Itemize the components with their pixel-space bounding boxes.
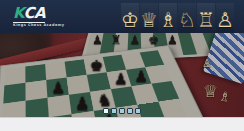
- header-chess-pieces-strip: ♔♕♗♘♖♙: [120, 0, 234, 33]
- site-logo[interactable]: KCA Kings Chess Academy: [13, 5, 65, 28]
- black-pawn: ♟: [130, 33, 141, 47]
- logo-tagline: Kings Chess Academy: [13, 24, 65, 28]
- black-king: ♚: [87, 58, 107, 73]
- white-pawn-on-table: ♙: [202, 57, 212, 70]
- logo-letter-k: K: [13, 4, 23, 22]
- white-queen-icon: ♕: [140, 3, 158, 33]
- carousel-dot-1[interactable]: [103, 108, 109, 114]
- header-bar: KCA Kings Chess Academy ♔♕♗♘♖♙: [0, 0, 244, 33]
- white-pawn-icon: ♙: [216, 3, 234, 33]
- logo-text: KCA: [13, 6, 45, 23]
- black-pawn: ♟: [131, 69, 152, 84]
- white-rook-icon: ♖: [197, 3, 215, 33]
- carousel-dot-5[interactable]: [135, 108, 141, 114]
- carousel-dot-2[interactable]: [111, 108, 117, 114]
- carousel-pagination: [0, 108, 244, 114]
- black-rook: ♜: [111, 33, 122, 47]
- black-pawn: ♟: [92, 33, 103, 47]
- white-bishop-icon: ♗: [159, 3, 177, 33]
- black-pawn: ♟: [110, 71, 131, 86]
- carousel-dot-3[interactable]: [119, 108, 125, 114]
- white-king-icon: ♔: [121, 3, 139, 33]
- black-pawn: ♟: [47, 79, 68, 95]
- square-c7: ♟: [46, 77, 69, 97]
- black-pawn: ♟: [167, 33, 178, 47]
- square-e8: ♚: [84, 57, 107, 75]
- hero-carousel-slide: ♟♜♟♚♟ ♚♟♟♟♟♞♟♟♙♘♙♗♙♖♕♙♙♔ ♙♕♗: [0, 33, 244, 117]
- black-knight: ♞: [93, 92, 115, 108]
- footer-strip: [0, 117, 244, 131]
- page: KCA Kings Chess Academy ♔♕♗♘♖♙ ♟♜♟♚♟ ♚♟♟…: [0, 0, 244, 131]
- logo-letters-ca: CA: [23, 4, 45, 22]
- white-bishop-on-table: ♗: [218, 88, 232, 105]
- white-knight-icon: ♘: [178, 3, 196, 33]
- carousel-dot-4[interactable]: [127, 108, 133, 114]
- square-d7: [67, 75, 90, 95]
- black-king: ♚: [148, 33, 159, 47]
- square-f7: ♟: [107, 70, 132, 89]
- far-board-pieces: ♟♜♟♚♟: [92, 33, 222, 47]
- white-queen-on-table: ♕: [203, 81, 218, 101]
